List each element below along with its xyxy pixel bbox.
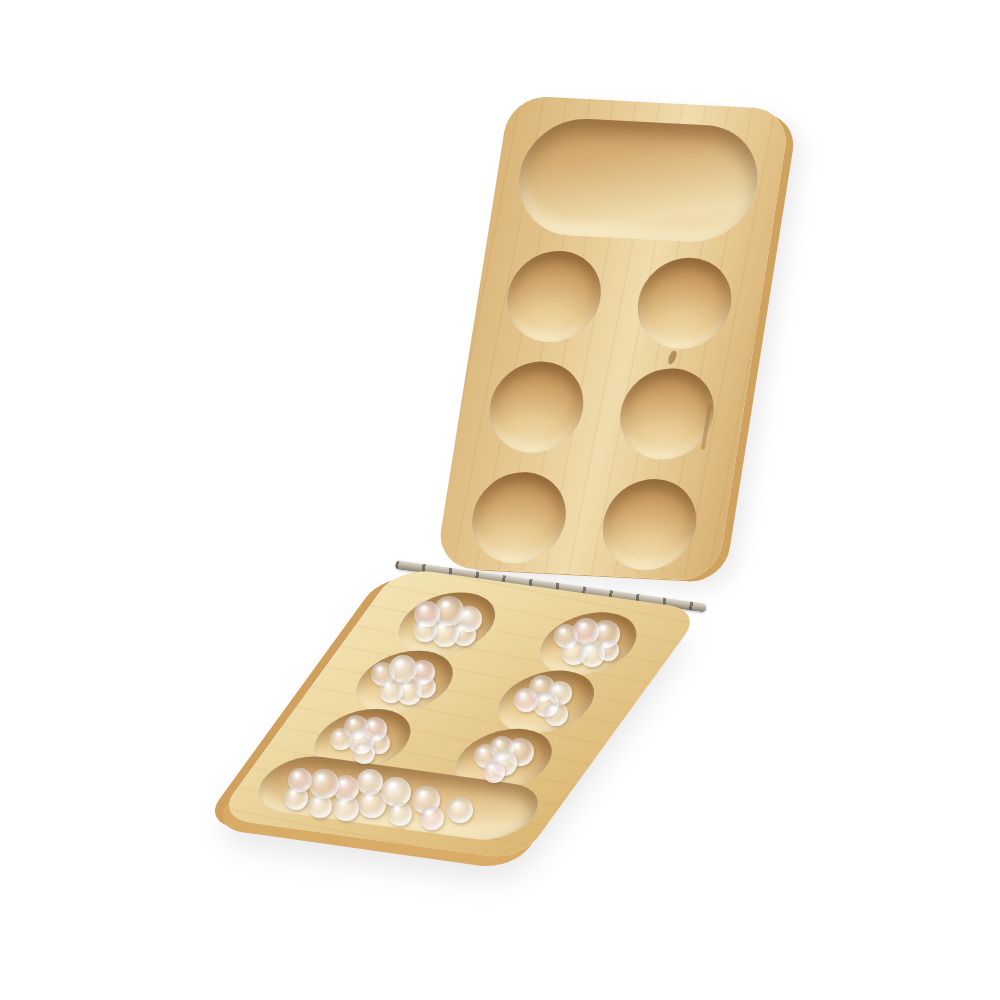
lid-pit-left-2[interactable] xyxy=(483,359,590,455)
lid-pit-right-1[interactable] xyxy=(631,255,738,351)
lid-store-pit xyxy=(511,116,766,245)
tray-pit-right-2[interactable] xyxy=(481,665,611,738)
lid-pit-left-1[interactable] xyxy=(501,249,608,345)
wood-knot xyxy=(667,350,679,365)
board-lid-half xyxy=(435,95,791,582)
lid-pit-left-3[interactable] xyxy=(466,470,573,566)
tray-pit-right-1[interactable] xyxy=(523,607,653,680)
mancala-board-photo xyxy=(0,0,1000,1000)
lid-pit-right-3[interactable] xyxy=(596,477,703,573)
board-tray-half xyxy=(216,567,703,861)
tray-pit-left-2[interactable] xyxy=(340,645,470,718)
tray-pit-left-1[interactable] xyxy=(382,587,512,660)
